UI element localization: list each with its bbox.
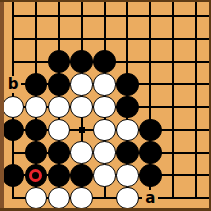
black-stone [139,119,162,142]
point-label-b: b [5,76,21,93]
white-stone [116,119,139,142]
point-label-a: a [142,190,158,207]
black-stone [48,141,71,164]
white-stone [48,119,71,142]
grid-line-vertical [172,0,174,199]
white-stone [70,73,93,96]
white-stone [25,187,48,210]
grid-line-horizontal [12,38,211,40]
white-stone [93,141,116,164]
black-stone [70,50,93,73]
black-stone [48,164,71,187]
black-stone [25,73,48,96]
black-stone [93,50,116,73]
board-right-border [209,0,211,211]
black-stone [2,119,25,142]
white-stone [25,96,48,119]
star-point [79,127,85,133]
white-stone [48,96,71,119]
black-stone [48,50,71,73]
white-stone [93,73,116,96]
white-stone [116,187,139,210]
black-stone [25,119,48,142]
white-stone [70,187,93,210]
black-stone [116,141,139,164]
black-stone [139,164,162,187]
grid-line-horizontal [12,15,211,17]
grid-line-vertical [195,0,197,199]
black-stone [139,141,162,164]
black-stone [116,96,139,119]
black-stone [70,164,93,187]
black-stone [25,141,48,164]
white-stone [70,96,93,119]
black-stone [2,164,25,187]
white-stone [2,96,25,119]
board-bottom-border [0,208,211,211]
white-stone [116,164,139,187]
white-stone [93,96,116,119]
white-stone [48,187,71,210]
go-board: ba [0,0,211,211]
black-stone [116,73,139,96]
go-board-diagram: ba [0,0,211,211]
white-stone [70,141,93,164]
black-stone [48,73,71,96]
board-left-edge-strip [0,0,4,211]
board-top-border [0,0,211,2]
white-stone [93,164,116,187]
white-stone [93,119,116,142]
